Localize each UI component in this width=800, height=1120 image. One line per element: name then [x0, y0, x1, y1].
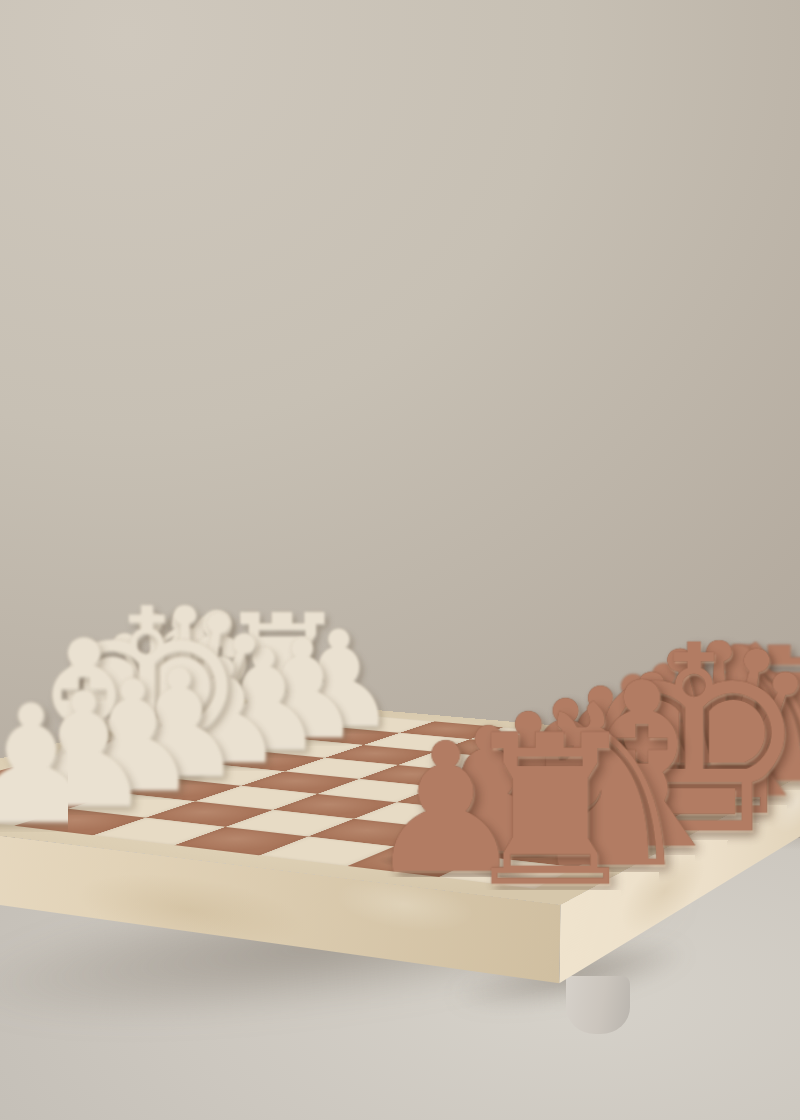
piece-red-rook-h8[interactable]: ♜: [457, 707, 560, 916]
board-slab: ♜♟♟♜♞♟♟♞♝♟♟♝♛♟♟♛♚♟♟♚♝♟♟♝♞♟♟♞♜♟♟♜: [0, 697, 800, 905]
square-h8[interactable]: ♜: [439, 857, 576, 889]
chess-scene: ♜♟♟♜♞♟♟♞♝♟♟♝♛♟♟♛♚♟♟♚♝♟♟♝♞♟♟♞♜♟♟♜: [0, 395, 743, 1120]
photo-canvas: ♜♟♟♜♞♟♟♞♝♟♟♝♛♟♟♛♚♟♟♚♝♟♟♝♞♟♟♞♜♟♟♜: [0, 0, 800, 1120]
